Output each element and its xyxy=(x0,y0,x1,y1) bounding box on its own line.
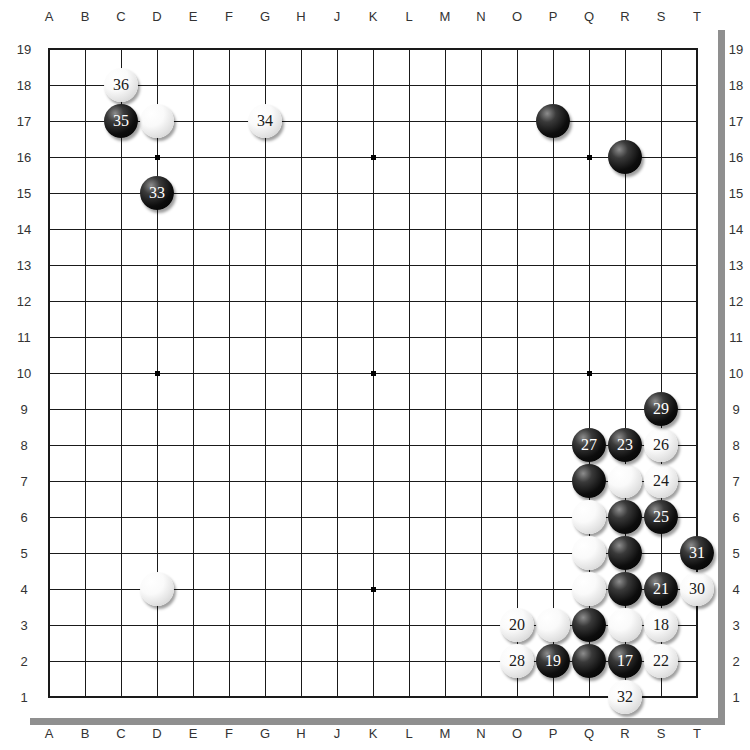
row-label-right-1: 1 xyxy=(732,690,739,705)
row-label-right-11: 11 xyxy=(729,330,743,345)
row-label-right-14: 14 xyxy=(729,222,743,237)
column-label-top-M: M xyxy=(440,9,451,24)
stone-black-19-P2[interactable]: 19 xyxy=(535,643,571,679)
black-stone xyxy=(608,500,642,534)
black-stone: 23 xyxy=(608,428,642,462)
stone-move-number: 22 xyxy=(653,653,669,669)
stone-black-33-D15[interactable]: 33 xyxy=(139,175,175,211)
white-stone: 30 xyxy=(680,572,714,606)
stone-white-32-R1[interactable]: 32 xyxy=(607,679,643,715)
column-label-top-J: J xyxy=(334,9,341,24)
stone-move-number: 32 xyxy=(617,689,633,705)
row-label-left-6: 6 xyxy=(20,510,27,525)
stone-black-P17[interactable] xyxy=(535,103,571,139)
white-stone xyxy=(608,608,642,642)
row-label-right-6: 6 xyxy=(732,510,739,525)
black-stone: 17 xyxy=(608,644,642,678)
column-label-bottom-C: C xyxy=(116,726,125,741)
row-label-left-10: 10 xyxy=(17,366,31,381)
white-stone xyxy=(572,572,606,606)
column-label-bottom-F: F xyxy=(225,726,233,741)
stone-black-R6[interactable] xyxy=(607,499,643,535)
stone-move-number: 30 xyxy=(689,581,705,597)
column-label-bottom-O: O xyxy=(512,726,522,741)
stone-move-number: 17 xyxy=(617,653,633,669)
stone-black-R16[interactable] xyxy=(607,139,643,175)
stone-white-R3[interactable] xyxy=(607,607,643,643)
black-stone: 19 xyxy=(536,644,570,678)
black-stone xyxy=(608,572,642,606)
stone-white-34-G17[interactable]: 34 xyxy=(247,103,283,139)
row-label-left-7: 7 xyxy=(20,474,27,489)
black-stone xyxy=(572,608,606,642)
black-stone: 29 xyxy=(644,392,678,426)
black-stone xyxy=(572,464,606,498)
column-label-bottom-G: G xyxy=(260,726,270,741)
row-label-right-3: 3 xyxy=(732,618,739,633)
column-label-top-F: F xyxy=(225,9,233,24)
row-label-right-16: 16 xyxy=(729,150,743,165)
stone-move-number: 21 xyxy=(653,581,669,597)
column-label-bottom-S: S xyxy=(657,726,666,741)
row-label-left-14: 14 xyxy=(17,222,31,237)
row-label-right-19: 19 xyxy=(729,42,743,57)
board-grid[interactable]: 1718192021222324252627282930313233343536 xyxy=(31,31,715,715)
stone-white-P3[interactable] xyxy=(535,607,571,643)
black-stone: 31 xyxy=(680,536,714,570)
stone-black-35-C17[interactable]: 35 xyxy=(103,103,139,139)
stone-white-36-C18[interactable]: 36 xyxy=(103,67,139,103)
stone-move-number: 36 xyxy=(113,77,129,93)
column-label-top-R: R xyxy=(620,9,629,24)
column-label-bottom-D: D xyxy=(152,726,161,741)
column-label-top-E: E xyxy=(189,9,198,24)
stone-move-number: 23 xyxy=(617,437,633,453)
white-stone: 18 xyxy=(644,608,678,642)
row-label-right-15: 15 xyxy=(729,186,743,201)
stone-black-17-R2[interactable]: 17 xyxy=(607,643,643,679)
black-stone xyxy=(536,104,570,138)
row-label-left-3: 3 xyxy=(20,618,27,633)
stone-move-number: 24 xyxy=(653,473,669,489)
row-label-left-1: 1 xyxy=(20,690,27,705)
stone-white-Q5[interactable] xyxy=(571,535,607,571)
white-stone xyxy=(140,572,174,606)
white-stone: 36 xyxy=(104,68,138,102)
white-stone xyxy=(572,536,606,570)
row-label-left-15: 15 xyxy=(17,186,31,201)
stone-black-27-Q8[interactable]: 27 xyxy=(571,427,607,463)
black-stone xyxy=(608,140,642,174)
stone-white-22-S2[interactable]: 22 xyxy=(643,643,679,679)
row-label-left-16: 16 xyxy=(17,150,31,165)
row-label-right-17: 17 xyxy=(729,114,743,129)
black-stone: 21 xyxy=(644,572,678,606)
stone-black-Q7[interactable] xyxy=(571,463,607,499)
white-stone xyxy=(608,464,642,498)
black-stone xyxy=(608,536,642,570)
column-label-bottom-L: L xyxy=(405,726,412,741)
row-label-left-5: 5 xyxy=(20,546,27,561)
white-stone: 34 xyxy=(248,104,282,138)
black-stone: 27 xyxy=(572,428,606,462)
column-label-bottom-M: M xyxy=(440,726,451,741)
white-stone: 32 xyxy=(608,680,642,714)
stone-move-number: 29 xyxy=(653,401,669,417)
stone-black-31-T5[interactable]: 31 xyxy=(679,535,715,571)
row-label-left-17: 17 xyxy=(17,114,31,129)
row-label-left-2: 2 xyxy=(20,654,27,669)
row-label-right-9: 9 xyxy=(732,402,739,417)
stone-white-D17[interactable] xyxy=(139,103,175,139)
stone-move-number: 26 xyxy=(653,437,669,453)
column-label-top-D: D xyxy=(152,9,161,24)
stone-move-number: 34 xyxy=(257,113,273,129)
row-label-left-4: 4 xyxy=(20,582,27,597)
column-label-top-C: C xyxy=(116,9,125,24)
white-stone xyxy=(140,104,174,138)
stone-move-number: 31 xyxy=(689,545,705,561)
go-board-diagram: AABBCCDDEEFFGGHHJJKKLLMMNNOOPPQQRRSSTT19… xyxy=(0,0,750,750)
column-label-bottom-N: N xyxy=(476,726,485,741)
row-label-right-8: 8 xyxy=(732,438,739,453)
stone-move-number: 27 xyxy=(581,437,597,453)
row-label-left-11: 11 xyxy=(17,330,31,345)
row-label-right-13: 13 xyxy=(729,258,743,273)
row-label-left-13: 13 xyxy=(17,258,31,273)
row-label-right-5: 5 xyxy=(732,546,739,561)
column-label-bottom-R: R xyxy=(620,726,629,741)
white-stone xyxy=(536,608,570,642)
white-stone: 26 xyxy=(644,428,678,462)
stone-white-28-O2[interactable]: 28 xyxy=(499,643,535,679)
stone-black-Q3[interactable] xyxy=(571,607,607,643)
column-label-bottom-Q: Q xyxy=(584,726,594,741)
stone-move-number: 25 xyxy=(653,509,669,525)
black-stone xyxy=(572,644,606,678)
stone-white-Q6[interactable] xyxy=(571,499,607,535)
column-label-bottom-B: B xyxy=(81,726,90,741)
stone-black-29-S9[interactable]: 29 xyxy=(643,391,679,427)
column-label-top-H: H xyxy=(296,9,305,24)
stone-black-25-S6[interactable]: 25 xyxy=(643,499,679,535)
column-label-top-N: N xyxy=(476,9,485,24)
column-label-top-B: B xyxy=(81,9,90,24)
column-label-bottom-H: H xyxy=(296,726,305,741)
row-label-left-9: 9 xyxy=(20,402,27,417)
stone-black-23-R8[interactable]: 23 xyxy=(607,427,643,463)
column-label-bottom-J: J xyxy=(334,726,341,741)
row-label-right-18: 18 xyxy=(729,78,743,93)
stone-black-R4[interactable] xyxy=(607,571,643,607)
black-stone: 35 xyxy=(104,104,138,138)
column-label-bottom-T: T xyxy=(693,726,701,741)
column-label-bottom-E: E xyxy=(189,726,198,741)
row-label-left-8: 8 xyxy=(20,438,27,453)
row-label-left-19: 19 xyxy=(17,42,31,57)
white-stone: 20 xyxy=(500,608,534,642)
stone-move-number: 18 xyxy=(653,617,669,633)
column-label-bottom-P: P xyxy=(549,726,558,741)
column-label-top-Q: Q xyxy=(584,9,594,24)
column-label-bottom-A: A xyxy=(45,726,54,741)
column-label-top-O: O xyxy=(512,9,522,24)
stone-move-number: 35 xyxy=(113,113,129,129)
stone-white-26-S8[interactable]: 26 xyxy=(643,427,679,463)
white-stone xyxy=(572,500,606,534)
column-label-top-K: K xyxy=(369,9,378,24)
row-label-left-12: 12 xyxy=(17,294,31,309)
column-label-top-T: T xyxy=(693,9,701,24)
stone-move-number: 28 xyxy=(509,653,525,669)
column-label-top-S: S xyxy=(657,9,666,24)
stone-black-Q2[interactable] xyxy=(571,643,607,679)
black-stone: 33 xyxy=(140,176,174,210)
stone-white-30-T4[interactable]: 30 xyxy=(679,571,715,607)
column-label-top-A: A xyxy=(45,9,54,24)
stone-move-number: 33 xyxy=(149,185,165,201)
stone-white-20-O3[interactable]: 20 xyxy=(499,607,535,643)
stone-white-18-S3[interactable]: 18 xyxy=(643,607,679,643)
row-label-right-4: 4 xyxy=(732,582,739,597)
column-label-top-G: G xyxy=(260,9,270,24)
row-label-left-18: 18 xyxy=(17,78,31,93)
row-label-right-2: 2 xyxy=(732,654,739,669)
row-label-right-12: 12 xyxy=(729,294,743,309)
stone-white-R7[interactable] xyxy=(607,463,643,499)
row-label-right-7: 7 xyxy=(732,474,739,489)
stone-white-D4[interactable] xyxy=(139,571,175,607)
row-label-right-10: 10 xyxy=(729,366,743,381)
stone-black-R5[interactable] xyxy=(607,535,643,571)
column-label-bottom-K: K xyxy=(369,726,378,741)
stone-move-number: 20 xyxy=(509,617,525,633)
white-stone: 28 xyxy=(500,644,534,678)
stone-black-21-S4[interactable]: 21 xyxy=(643,571,679,607)
black-stone: 25 xyxy=(644,500,678,534)
stone-white-Q4[interactable] xyxy=(571,571,607,607)
white-stone: 24 xyxy=(644,464,678,498)
stone-move-number: 19 xyxy=(545,653,561,669)
column-label-top-L: L xyxy=(405,9,412,24)
column-label-top-P: P xyxy=(549,9,558,24)
stone-white-24-S7[interactable]: 24 xyxy=(643,463,679,499)
white-stone: 22 xyxy=(644,644,678,678)
